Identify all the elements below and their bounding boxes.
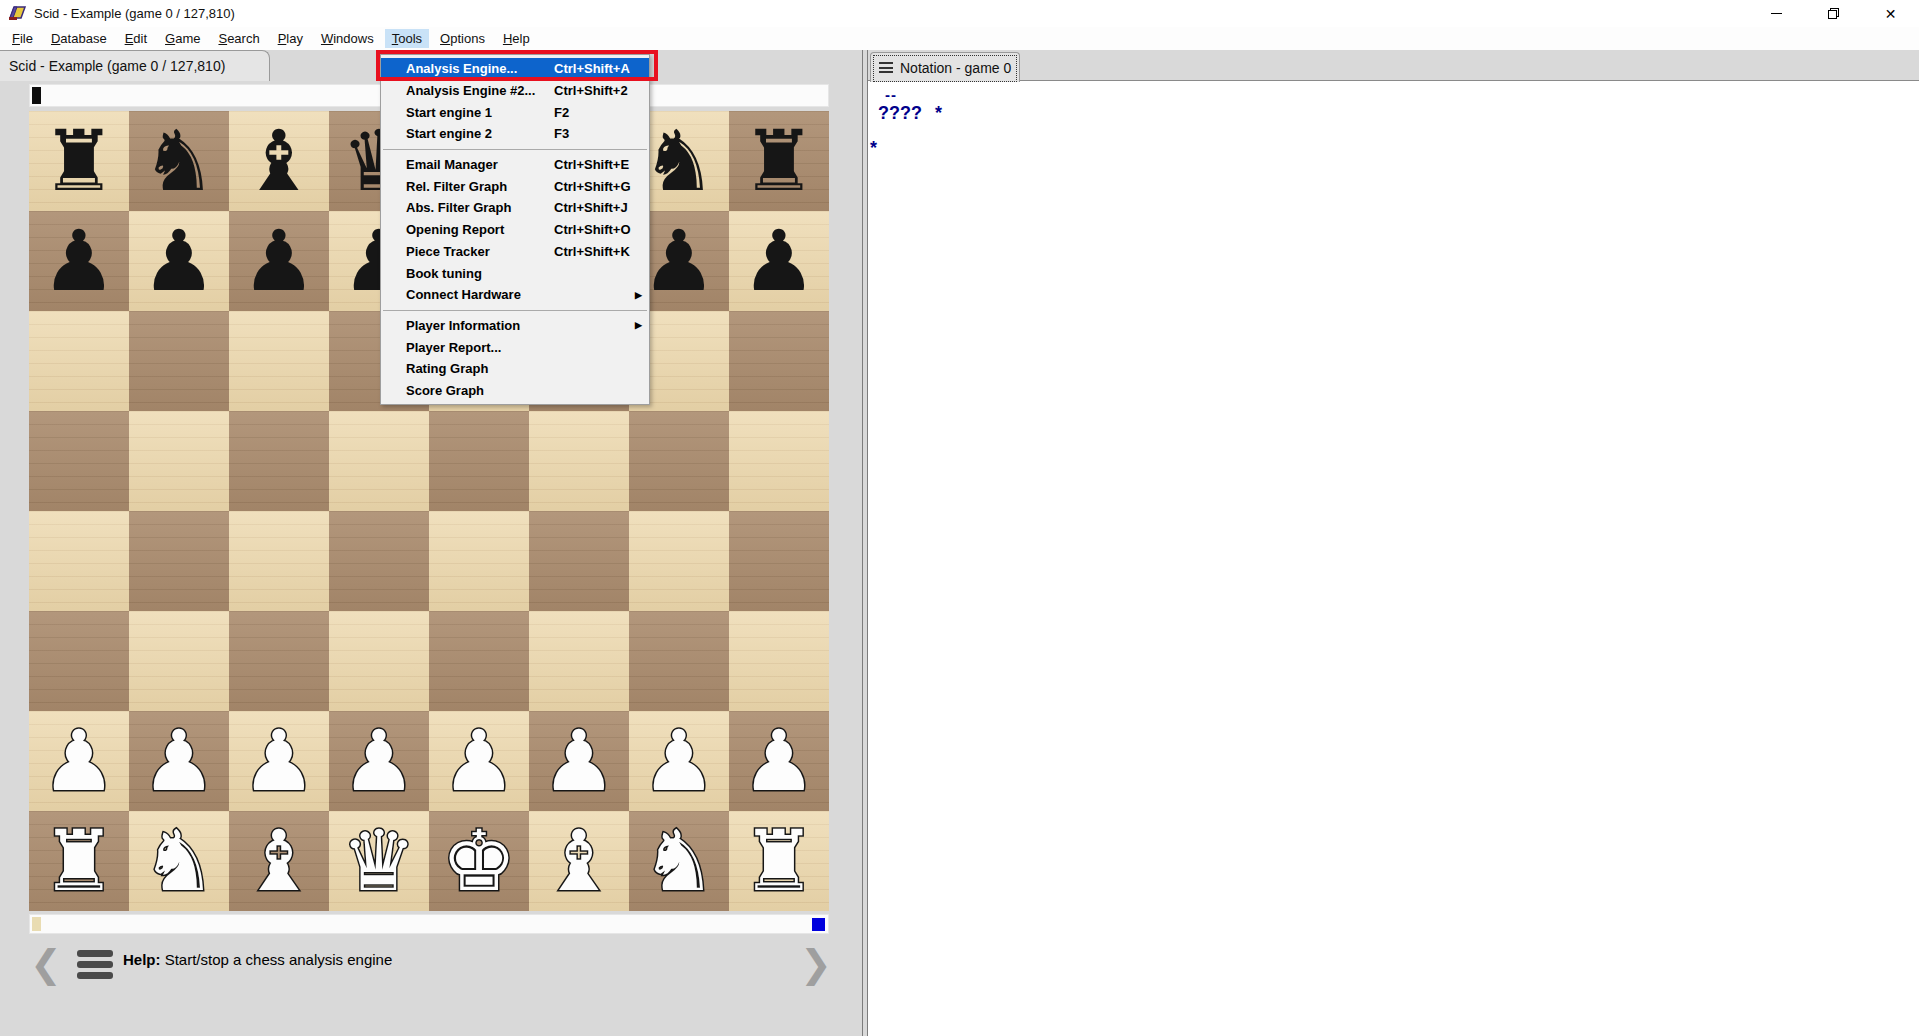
square-a8[interactable]: ♜ [29, 111, 129, 211]
square-c4[interactable] [229, 511, 329, 611]
menu-shortcut: Ctrl+Shift+O [554, 222, 631, 237]
menu-shortcut: F2 [554, 105, 569, 120]
menubar-item-windows[interactable]: Windows [314, 29, 381, 48]
progress-marker-black [32, 87, 41, 104]
piece-black-pawn: ♟ [41, 219, 116, 303]
restore-icon [1828, 8, 1839, 19]
square-f3[interactable] [529, 611, 629, 711]
square-d1[interactable]: ♛ [329, 811, 429, 911]
square-g3[interactable] [629, 611, 729, 711]
square-f4[interactable] [529, 511, 629, 611]
notation-players-line[interactable]: ???? * [878, 103, 942, 124]
menubar-item-play[interactable]: Play [271, 29, 310, 48]
next-move-button[interactable]: ❯ [800, 945, 832, 983]
notation-hamburger-icon[interactable] [879, 62, 893, 73]
square-a7[interactable]: ♟ [29, 211, 129, 311]
menu-shortcut: Ctrl+Shift+2 [554, 83, 628, 98]
piece-black-rook: ♜ [741, 119, 816, 203]
piece-white-pawn: ♟ [41, 719, 116, 803]
square-b5[interactable] [129, 411, 229, 511]
game-progress-bar-bottom[interactable] [29, 914, 829, 934]
square-b7[interactable]: ♟ [129, 211, 229, 311]
square-c6[interactable] [229, 311, 329, 411]
square-b3[interactable] [129, 611, 229, 711]
window-title: Scid - Example (game 0 / 127,810) [34, 6, 235, 21]
help-text: Start/stop a chess analysis engine [161, 951, 393, 968]
menubar-item-help[interactable]: Help [496, 29, 537, 48]
piece-white-rook: ♜ [41, 819, 116, 903]
menu-shortcut: Ctrl+Shift+J [554, 200, 628, 215]
notation-tab-label: Notation - game 0 [900, 60, 1011, 76]
piece-white-pawn: ♟ [741, 719, 816, 803]
square-a3[interactable] [29, 611, 129, 711]
square-g2[interactable]: ♟ [629, 711, 729, 811]
restore-button[interactable] [1805, 0, 1862, 27]
scid-app-icon [8, 5, 27, 22]
progress-marker-beige [32, 917, 41, 931]
square-e1[interactable]: ♚ [429, 811, 529, 911]
square-b6[interactable] [129, 311, 229, 411]
square-b1[interactable]: ♞ [129, 811, 229, 911]
tools-menu-item-player-information[interactable]: Player Information▶ [381, 315, 649, 337]
notation-result-star[interactable]: * [870, 138, 877, 159]
square-d5[interactable] [329, 411, 429, 511]
piece-black-knight: ♞ [641, 119, 716, 203]
square-h3[interactable] [729, 611, 829, 711]
help-label: Help: [123, 951, 161, 968]
piece-white-pawn: ♟ [341, 719, 416, 803]
piece-white-knight: ♞ [141, 819, 216, 903]
square-c7[interactable]: ♟ [229, 211, 329, 311]
menu-shortcut: Ctrl+Shift+K [554, 244, 630, 259]
notation-pane: Notation - game 0 -- ???? * * [868, 50, 1919, 1036]
square-h5[interactable] [729, 411, 829, 511]
square-b8[interactable]: ♞ [129, 111, 229, 211]
submenu-arrow-icon: ▶ [635, 290, 642, 300]
progress-marker-blue [812, 918, 825, 931]
tools-menu-item-abs-filter-graph[interactable]: Abs. Filter GraphCtrl+Shift+J [381, 197, 649, 219]
menu-shortcut: Ctrl+Shift+G [554, 179, 631, 194]
square-g4[interactable] [629, 511, 729, 611]
square-h6[interactable] [729, 311, 829, 411]
square-c2[interactable]: ♟ [229, 711, 329, 811]
tools-menu-item-player-report[interactable]: Player Report... [381, 336, 649, 358]
notation-result-dash: -- [885, 86, 897, 103]
square-a5[interactable] [29, 411, 129, 511]
piece-black-pawn: ♟ [641, 219, 716, 303]
square-h4[interactable] [729, 511, 829, 611]
square-e3[interactable] [429, 611, 529, 711]
menu-shortcut: Ctrl+Shift+E [554, 157, 629, 172]
tools-menu-item-email-manager[interactable]: Email ManagerCtrl+Shift+E [381, 154, 649, 176]
piece-black-rook: ♜ [41, 119, 116, 203]
menubar-item-database[interactable]: Database [44, 29, 114, 48]
piece-white-knight: ♞ [641, 819, 716, 903]
piece-black-pawn: ♟ [241, 219, 316, 303]
menu-separator [383, 149, 647, 150]
minimize-icon [1771, 13, 1782, 14]
tools-menu-item-analysis-engine[interactable]: Analysis Engine...Ctrl+Shift+A [381, 58, 649, 80]
square-d2[interactable]: ♟ [329, 711, 429, 811]
square-a2[interactable]: ♟ [29, 711, 129, 811]
board-window-tab[interactable]: Scid - Example (game 0 / 127,810) [0, 50, 270, 81]
previous-move-button[interactable]: ❮ [30, 945, 62, 983]
square-f2[interactable]: ♟ [529, 711, 629, 811]
help-status-text: Help: Start/stop a chess analysis engine [123, 951, 392, 968]
square-h8[interactable]: ♜ [729, 111, 829, 211]
square-f5[interactable] [529, 411, 629, 511]
square-e2[interactable]: ♟ [429, 711, 529, 811]
notation-tab[interactable]: Notation - game 0 [870, 52, 1020, 82]
square-g1[interactable]: ♞ [629, 811, 729, 911]
square-g5[interactable] [629, 411, 729, 511]
menu-bar: FileDatabaseEditGameSearchPlayWindowsToo… [0, 27, 1919, 50]
menubar-item-options[interactable]: Options [433, 29, 492, 48]
square-e4[interactable] [429, 511, 529, 611]
tools-menu-item-rel-filter-graph[interactable]: Rel. Filter GraphCtrl+Shift+G [381, 175, 649, 197]
menu-separator [383, 310, 647, 311]
piece-white-pawn: ♟ [241, 719, 316, 803]
menubar-item-game[interactable]: Game [158, 29, 207, 48]
square-d4[interactable] [329, 511, 429, 611]
square-c1[interactable]: ♝ [229, 811, 329, 911]
piece-white-rook: ♜ [741, 819, 816, 903]
square-c3[interactable] [229, 611, 329, 711]
close-button[interactable]: ✕ [1862, 0, 1919, 27]
close-icon: ✕ [1885, 7, 1897, 21]
submenu-arrow-icon: ▶ [635, 320, 642, 330]
menubar-item-search[interactable]: Search [211, 29, 266, 48]
piece-black-knight: ♞ [141, 119, 216, 203]
menu-hamburger-button[interactable] [77, 950, 113, 979]
title-bar: Scid - Example (game 0 / 127,810) ✕ [0, 0, 1919, 27]
piece-white-bishop: ♝ [241, 819, 316, 903]
minimize-button[interactable] [1748, 0, 1805, 27]
tools-menu-item-start-engine-1[interactable]: Start engine 1F2 [381, 101, 649, 123]
square-c8[interactable]: ♝ [229, 111, 329, 211]
piece-white-pawn: ♟ [141, 719, 216, 803]
tools-menu-item-book-tuning[interactable]: Book tuning [381, 262, 649, 284]
piece-white-king: ♚ [441, 819, 516, 903]
piece-white-pawn: ♟ [441, 719, 516, 803]
tools-menu-item-score-graph[interactable]: Score Graph [381, 380, 649, 402]
piece-white-pawn: ♟ [641, 719, 716, 803]
square-f1[interactable]: ♝ [529, 811, 629, 911]
status-bar: ❮ Help: Start/stop a chess analysis engi… [0, 937, 862, 1036]
square-a6[interactable] [29, 311, 129, 411]
square-a4[interactable] [29, 511, 129, 611]
piece-white-queen: ♛ [341, 819, 416, 903]
square-d3[interactable] [329, 611, 429, 711]
tools-dropdown-menu: Analysis Engine...Ctrl+Shift+AAnalysis E… [380, 54, 650, 405]
piece-white-pawn: ♟ [541, 719, 616, 803]
menubar-item-file[interactable]: File [5, 29, 40, 48]
square-h1[interactable]: ♜ [729, 811, 829, 911]
tools-menu-item-rating-graph[interactable]: Rating Graph [381, 358, 649, 380]
piece-black-pawn: ♟ [141, 219, 216, 303]
notation-tab-strip: Notation - game 0 [868, 50, 1919, 81]
menubar-item-edit[interactable]: Edit [118, 29, 154, 48]
board-tab-label: Scid - Example (game 0 / 127,810) [9, 58, 225, 74]
tools-menu-item-analysis-engine-2[interactable]: Analysis Engine #2...Ctrl+Shift+2 [381, 80, 649, 102]
menu-shortcut: F3 [554, 126, 569, 141]
piece-black-bishop: ♝ [241, 119, 316, 203]
piece-black-pawn: ♟ [741, 219, 816, 303]
square-a1[interactable]: ♜ [29, 811, 129, 911]
square-c5[interactable] [229, 411, 329, 511]
menu-shortcut: Ctrl+Shift+A [554, 61, 630, 76]
tools-menu-item-connect-hardware[interactable]: Connect Hardware▶ [381, 284, 649, 306]
square-b4[interactable] [129, 511, 229, 611]
tools-menu-item-start-engine-2[interactable]: Start engine 2F3 [381, 123, 649, 145]
menubar-item-tools[interactable]: Tools [385, 29, 429, 48]
piece-white-bishop: ♝ [541, 819, 616, 903]
tools-menu-item-opening-report[interactable]: Opening ReportCtrl+Shift+O [381, 219, 649, 241]
square-h7[interactable]: ♟ [729, 211, 829, 311]
square-h2[interactable]: ♟ [729, 711, 829, 811]
square-e5[interactable] [429, 411, 529, 511]
tools-menu-item-piece-tracker[interactable]: Piece TrackerCtrl+Shift+K [381, 241, 649, 263]
square-b2[interactable]: ♟ [129, 711, 229, 811]
